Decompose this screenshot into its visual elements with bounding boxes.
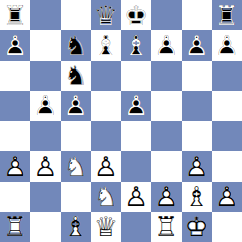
- square-c5[interactable]: ♟♙: [61, 91, 91, 121]
- square-a5[interactable]: [0, 91, 30, 121]
- chess-board: ♜♖♛♕♚♔♜♖♟♙♞♘♝♗♝♗♟♙♟♙♟♙♞♘♟♙♟♙♟♙♟♙♟♙♞♘♟♙♟♙…: [0, 0, 242, 242]
- black-rook[interactable]: ♜♖: [0, 0, 30, 30]
- white-queen[interactable]: ♛♕: [91, 212, 121, 242]
- white-bishop-outline: ♗: [61, 212, 91, 242]
- square-d4[interactable]: [91, 121, 121, 151]
- square-g7[interactable]: ♟♙: [182, 30, 212, 60]
- square-h2[interactable]: ♟♙: [212, 182, 242, 212]
- square-a7[interactable]: ♟♙: [0, 30, 30, 60]
- black-queen[interactable]: ♛♕: [91, 0, 121, 30]
- black-pawn-outline: ♙: [212, 30, 242, 60]
- square-a3[interactable]: ♟♙: [0, 151, 30, 181]
- black-bishop-outline: ♗: [91, 30, 121, 60]
- square-g3[interactable]: ♟♙: [182, 151, 212, 181]
- black-bishop[interactable]: ♝♗: [91, 30, 121, 60]
- square-c2[interactable]: [61, 182, 91, 212]
- white-pawn[interactable]: ♟♙: [0, 151, 30, 181]
- black-knight[interactable]: ♞♘: [61, 30, 91, 60]
- black-pawn-outline: ♙: [121, 91, 151, 121]
- square-d2[interactable]: ♞♘: [91, 182, 121, 212]
- square-d3[interactable]: ♟♙: [91, 151, 121, 181]
- square-e8[interactable]: ♚♔: [121, 0, 151, 30]
- square-e1[interactable]: [121, 212, 151, 242]
- white-pawn-outline: ♙: [151, 182, 181, 212]
- square-h4[interactable]: [212, 121, 242, 151]
- black-rook[interactable]: ♜♖: [212, 0, 242, 30]
- square-d7[interactable]: ♝♗: [91, 30, 121, 60]
- black-king[interactable]: ♚♔: [121, 0, 151, 30]
- white-bishop[interactable]: ♝♗: [182, 182, 212, 212]
- white-pawn-outline: ♙: [91, 151, 121, 181]
- black-pawn[interactable]: ♟♙: [151, 30, 181, 60]
- square-c1[interactable]: ♝♗: [61, 212, 91, 242]
- white-pawn-outline: ♙: [0, 151, 30, 181]
- white-pawn[interactable]: ♟♙: [91, 151, 121, 181]
- black-pawn-outline: ♙: [151, 30, 181, 60]
- square-e4[interactable]: [121, 121, 151, 151]
- square-h3[interactable]: [212, 151, 242, 181]
- white-king[interactable]: ♚♔: [182, 212, 212, 242]
- square-a4[interactable]: [0, 121, 30, 151]
- black-bishop[interactable]: ♝♗: [121, 30, 151, 60]
- square-d5[interactable]: [91, 91, 121, 121]
- square-h6[interactable]: [212, 61, 242, 91]
- square-f4[interactable]: [151, 121, 181, 151]
- white-bishop-outline: ♗: [182, 182, 212, 212]
- black-pawn-outline: ♙: [0, 30, 30, 60]
- black-pawn[interactable]: ♟♙: [121, 91, 151, 121]
- black-pawn[interactable]: ♟♙: [212, 30, 242, 60]
- white-pawn-outline: ♙: [182, 151, 212, 181]
- black-pawn[interactable]: ♟♙: [0, 30, 30, 60]
- square-f7[interactable]: ♟♙: [151, 30, 181, 60]
- black-bishop-outline: ♗: [121, 30, 151, 60]
- square-f6[interactable]: [151, 61, 181, 91]
- square-b1[interactable]: [30, 212, 60, 242]
- square-b3[interactable]: ♟♙: [30, 151, 60, 181]
- black-king-outline: ♔: [121, 0, 151, 30]
- square-a8[interactable]: ♜♖: [0, 0, 30, 30]
- black-knight-outline: ♘: [61, 30, 91, 60]
- white-pawn[interactable]: ♟♙: [212, 182, 242, 212]
- white-rook[interactable]: ♜♖: [151, 212, 181, 242]
- white-rook-outline: ♖: [0, 212, 30, 242]
- square-b6[interactable]: [30, 61, 60, 91]
- square-f8[interactable]: [151, 0, 181, 30]
- square-f3[interactable]: [151, 151, 181, 181]
- square-e6[interactable]: [121, 61, 151, 91]
- square-f5[interactable]: [151, 91, 181, 121]
- square-h5[interactable]: [212, 91, 242, 121]
- white-knight-outline: ♘: [61, 151, 91, 181]
- square-b8[interactable]: [30, 0, 60, 30]
- black-rook-outline: ♖: [0, 0, 30, 30]
- square-h8[interactable]: ♜♖: [212, 0, 242, 30]
- white-rook-outline: ♖: [151, 212, 181, 242]
- square-b7[interactable]: [30, 30, 60, 60]
- black-pawn[interactable]: ♟♙: [61, 91, 91, 121]
- white-rook[interactable]: ♜♖: [0, 212, 30, 242]
- square-a6[interactable]: [0, 61, 30, 91]
- square-e3[interactable]: [121, 151, 151, 181]
- square-a1[interactable]: ♜♖: [0, 212, 30, 242]
- white-knight[interactable]: ♞♘: [61, 151, 91, 181]
- square-h7[interactable]: ♟♙: [212, 30, 242, 60]
- white-queen-outline: ♕: [91, 212, 121, 242]
- black-pawn-outline: ♙: [182, 30, 212, 60]
- black-pawn-outline: ♙: [30, 91, 60, 121]
- black-knight-outline: ♘: [61, 61, 91, 91]
- black-rook-outline: ♖: [212, 0, 242, 30]
- black-queen-outline: ♕: [91, 0, 121, 30]
- square-h1[interactable]: [212, 212, 242, 242]
- white-knight[interactable]: ♞♘: [91, 182, 121, 212]
- white-pawn[interactable]: ♟♙: [30, 151, 60, 181]
- square-g6[interactable]: [182, 61, 212, 91]
- square-d8[interactable]: ♛♕: [91, 0, 121, 30]
- black-pawn[interactable]: ♟♙: [30, 91, 60, 121]
- square-g4[interactable]: [182, 121, 212, 151]
- white-bishop[interactable]: ♝♗: [61, 212, 91, 242]
- square-b5[interactable]: ♟♙: [30, 91, 60, 121]
- square-g8[interactable]: [182, 0, 212, 30]
- square-e5[interactable]: ♟♙: [121, 91, 151, 121]
- white-king-outline: ♔: [182, 212, 212, 242]
- black-pawn[interactable]: ♟♙: [182, 30, 212, 60]
- white-pawn[interactable]: ♟♙: [151, 182, 181, 212]
- square-f1[interactable]: ♜♖: [151, 212, 181, 242]
- square-g1[interactable]: ♚♔: [182, 212, 212, 242]
- white-pawn-outline: ♙: [212, 182, 242, 212]
- white-knight-outline: ♘: [91, 182, 121, 212]
- square-b2[interactable]: [30, 182, 60, 212]
- square-b4[interactable]: [30, 121, 60, 151]
- square-c7[interactable]: ♞♘: [61, 30, 91, 60]
- square-e7[interactable]: ♝♗: [121, 30, 151, 60]
- black-pawn-outline: ♙: [61, 91, 91, 121]
- square-c8[interactable]: [61, 0, 91, 30]
- square-e2[interactable]: ♟♙: [121, 182, 151, 212]
- square-a2[interactable]: [0, 182, 30, 212]
- white-pawn-outline: ♙: [30, 151, 60, 181]
- square-d6[interactable]: [91, 61, 121, 91]
- white-pawn[interactable]: ♟♙: [121, 182, 151, 212]
- square-c4[interactable]: [61, 121, 91, 151]
- square-c3[interactable]: ♞♘: [61, 151, 91, 181]
- square-c6[interactable]: ♞♘: [61, 61, 91, 91]
- square-d1[interactable]: ♛♕: [91, 212, 121, 242]
- white-pawn-outline: ♙: [121, 182, 151, 212]
- white-pawn[interactable]: ♟♙: [182, 151, 212, 181]
- black-knight[interactable]: ♞♘: [61, 61, 91, 91]
- square-g2[interactable]: ♝♗: [182, 182, 212, 212]
- square-f2[interactable]: ♟♙: [151, 182, 181, 212]
- square-g5[interactable]: [182, 91, 212, 121]
